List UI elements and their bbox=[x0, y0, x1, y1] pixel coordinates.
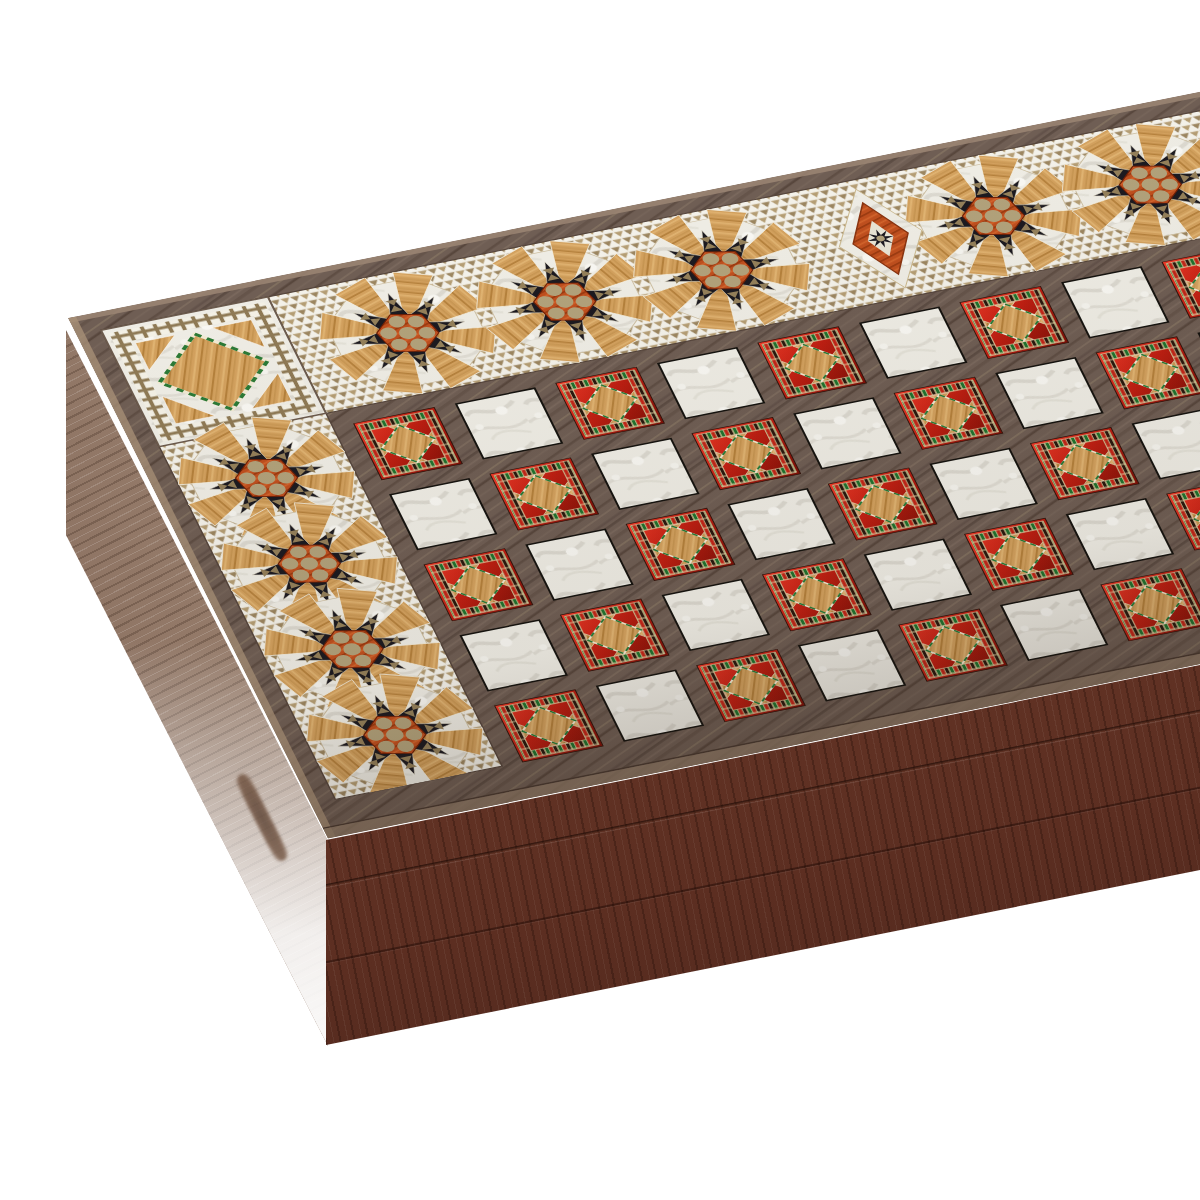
handle-groove bbox=[234, 771, 291, 863]
product-photo-backgammon-case bbox=[0, 0, 1200, 1200]
